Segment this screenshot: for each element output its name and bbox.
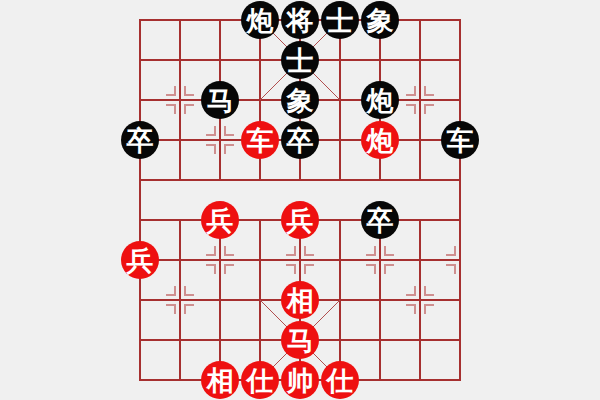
piece-red-soldier[interactable]: 兵 — [121, 241, 159, 279]
xiangqi-app: 炮将士象士马象炮卒车卒炮车兵兵卒兵相马相仕帅仕 — [0, 0, 600, 400]
piece-red-elephant[interactable]: 相 — [281, 281, 319, 319]
piece-black-soldier[interactable]: 卒 — [281, 121, 319, 159]
piece-black-cannon[interactable]: 炮 — [361, 81, 399, 119]
piece-red-chariot[interactable]: 车 — [241, 121, 279, 159]
piece-black-advisor[interactable]: 士 — [281, 41, 319, 79]
piece-black-soldier[interactable]: 卒 — [361, 201, 399, 239]
piece-red-advisor[interactable]: 仕 — [321, 361, 359, 399]
piece-red-elephant[interactable]: 相 — [201, 361, 239, 399]
piece-red-general[interactable]: 帅 — [281, 361, 319, 399]
piece-red-advisor[interactable]: 仕 — [241, 361, 279, 399]
piece-black-cannon[interactable]: 炮 — [241, 1, 279, 39]
piece-black-advisor[interactable]: 士 — [321, 1, 359, 39]
piece-black-horse[interactable]: 马 — [201, 81, 239, 119]
piece-red-horse[interactable]: 马 — [281, 321, 319, 359]
piece-black-chariot[interactable]: 车 — [441, 121, 479, 159]
pieces-layer: 炮将士象士马象炮卒车卒炮车兵兵卒兵相马相仕帅仕 — [120, 0, 480, 400]
piece-red-soldier[interactable]: 兵 — [281, 201, 319, 239]
xiangqi-board: 炮将士象士马象炮卒车卒炮车兵兵卒兵相马相仕帅仕 — [0, 0, 600, 400]
piece-black-elephant[interactable]: 象 — [361, 1, 399, 39]
piece-red-soldier[interactable]: 兵 — [201, 201, 239, 239]
piece-red-cannon[interactable]: 炮 — [361, 121, 399, 159]
piece-black-soldier[interactable]: 卒 — [121, 121, 159, 159]
piece-black-elephant[interactable]: 象 — [281, 81, 319, 119]
piece-black-general[interactable]: 将 — [281, 1, 319, 39]
